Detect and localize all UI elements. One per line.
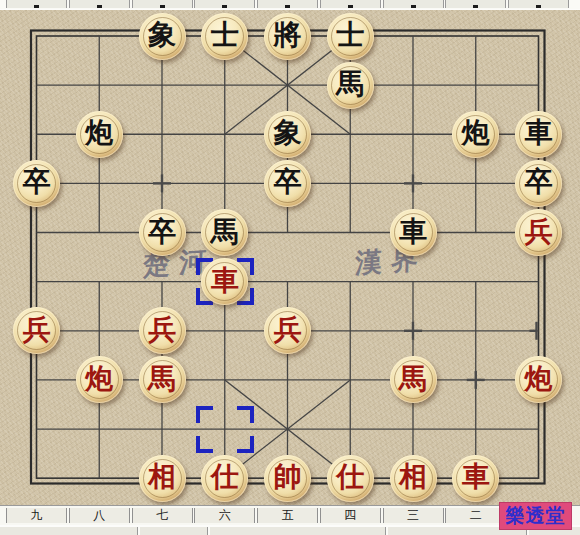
piece-red-soldier[interactable]: 兵 [13,307,60,354]
cell-separator [207,527,210,535]
clipped-glyph-mark [34,5,39,8]
piece-red-chariot[interactable]: 車 [452,455,499,502]
top-label-cell-clipped [257,0,318,8]
piece-black-elephant[interactable]: 象 [139,13,186,60]
top-coordinate-row-clipped [0,0,580,10]
piece-red-elephant[interactable]: 相 [139,455,186,502]
file-label: 七 [132,508,193,523]
piece-glyph: 卒 [148,218,176,246]
piece-glyph: 馬 [336,70,364,98]
piece-black-cannon[interactable]: 炮 [452,111,499,158]
xiangqi-app-window: 楚河 漢界 象士將士馬炮象炮車卒卒卒卒馬車兵車兵兵兵炮馬馬炮相仕帥仕相車 九八七… [0,0,580,535]
piece-black-advisor[interactable]: 士 [201,13,248,60]
top-label-cell-clipped [508,0,569,8]
clipped-glyph-mark [222,5,227,8]
piece-glyph: 車 [462,463,490,491]
file-label: 五 [257,508,318,523]
piece-black-soldier[interactable]: 卒 [515,160,562,207]
piece-glyph: 卒 [525,168,553,196]
top-label-cell-clipped [320,0,381,8]
piece-black-general[interactable]: 將 [264,13,311,60]
piece-red-advisor[interactable]: 仕 [327,455,374,502]
piece-red-elephant[interactable]: 相 [390,455,437,502]
partial-table-row [0,525,580,535]
xiangqi-board[interactable]: 楚河 漢界 象士將士馬炮象炮車卒卒卒卒馬車兵車兵兵兵炮馬馬炮相仕帥仕相車 [0,0,580,535]
piece-glyph: 將 [274,21,302,49]
piece-glyph: 兵 [274,316,302,344]
clipped-glyph-mark [285,5,290,8]
piece-glyph: 兵 [525,218,553,246]
piece-glyph: 象 [274,119,302,147]
piece-glyph: 炮 [85,365,113,393]
file-label: 九 [6,508,67,523]
piece-glyph: 炮 [85,119,113,147]
piece-red-cannon[interactable]: 炮 [76,356,123,403]
piece-black-chariot[interactable]: 車 [515,111,562,158]
clipped-glyph-mark [536,5,541,8]
piece-glyph: 仕 [336,463,364,491]
piece-black-cannon[interactable]: 炮 [76,111,123,158]
piece-glyph: 炮 [525,365,553,393]
clipped-glyph-mark [411,5,416,8]
piece-glyph: 炮 [462,119,490,147]
piece-glyph: 車 [211,267,239,295]
cell-separator [137,527,140,535]
letoutang-watermark-badge: 樂透堂 [499,502,572,530]
piece-black-advisor[interactable]: 士 [327,13,374,60]
piece-glyph: 兵 [148,316,176,344]
piece-red-cannon[interactable]: 炮 [515,356,562,403]
clipped-glyph-mark [348,5,353,8]
piece-glyph: 馬 [148,365,176,393]
cell-separator [385,527,388,535]
clipped-glyph-mark [160,5,165,8]
top-label-cell-clipped [383,0,444,8]
piece-red-chariot[interactable]: 車 [201,258,248,305]
piece-red-soldier[interactable]: 兵 [139,307,186,354]
piece-black-chariot[interactable]: 車 [390,209,437,256]
top-label-cell-clipped [132,0,193,8]
piece-red-general[interactable]: 帥 [264,455,311,502]
file-label: 六 [194,508,255,523]
piece-black-horse[interactable]: 馬 [327,62,374,109]
piece-red-horse[interactable]: 馬 [139,356,186,403]
piece-glyph: 帥 [274,463,302,491]
move-source-bracket [196,406,254,453]
piece-red-soldier[interactable]: 兵 [515,209,562,256]
piece-glyph: 卒 [23,168,51,196]
piece-glyph: 象 [148,21,176,49]
piece-glyph: 車 [525,119,553,147]
piece-red-horse[interactable]: 馬 [390,356,437,403]
piece-black-elephant[interactable]: 象 [264,111,311,158]
piece-glyph: 馬 [399,365,427,393]
top-label-cell-clipped [6,0,67,8]
piece-black-soldier[interactable]: 卒 [13,160,60,207]
piece-red-soldier[interactable]: 兵 [264,307,311,354]
piece-glyph: 仕 [211,463,239,491]
piece-black-soldier[interactable]: 卒 [264,160,311,207]
top-label-cell-clipped [69,0,130,8]
piece-glyph: 相 [148,463,176,491]
clipped-glyph-mark [473,5,478,8]
piece-red-advisor[interactable]: 仕 [201,455,248,502]
file-label: 四 [320,508,381,523]
top-label-cell-clipped [445,0,506,8]
file-label: 二 [445,508,506,523]
piece-glyph: 兵 [23,316,51,344]
piece-black-horse[interactable]: 馬 [201,209,248,256]
piece-glyph: 士 [211,21,239,49]
file-label: 八 [69,508,130,523]
file-label: 三 [383,508,444,523]
piece-glyph: 馬 [211,218,239,246]
file-label-row: 九八七六五四三二一 [0,505,580,526]
piece-glyph: 車 [399,218,427,246]
piece-glyph: 士 [336,21,364,49]
piece-glyph: 卒 [274,168,302,196]
piece-black-soldier[interactable]: 卒 [139,209,186,256]
clipped-glyph-mark [97,5,102,8]
piece-glyph: 相 [399,463,427,491]
top-label-cell-clipped [194,0,255,8]
